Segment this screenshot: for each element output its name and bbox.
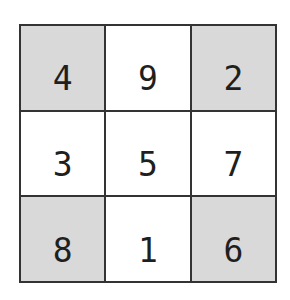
cell-r3c1: 8 [21, 197, 104, 281]
cell-r1c1: 4 [21, 26, 104, 110]
cell-r2c1: 3 [21, 112, 104, 196]
cell-r1c2: 9 [106, 26, 189, 110]
cell-r2c2: 5 [106, 112, 189, 196]
magic-square-diagram: 4 9 2 3 5 7 8 1 6 [0, 0, 290, 300]
cell-r1c3: 2 [192, 26, 275, 110]
magic-square-board: 4 9 2 3 5 7 8 1 6 [19, 24, 277, 283]
cell-r3c3: 6 [192, 197, 275, 281]
cell-r2c3: 7 [192, 112, 275, 196]
cell-r3c2: 1 [106, 197, 189, 281]
